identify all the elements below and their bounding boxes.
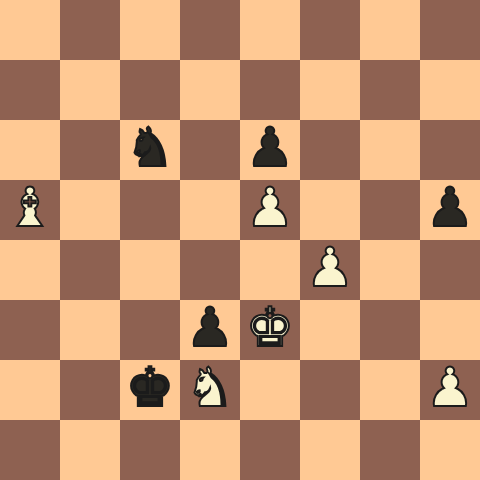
square-h1[interactable]: [420, 420, 480, 480]
black-pawn-e6[interactable]: ♟: [246, 118, 294, 178]
white-pawn-e5[interactable]: ♟: [246, 178, 294, 238]
square-e5[interactable]: ♟: [240, 180, 300, 240]
square-b3[interactable]: [60, 300, 120, 360]
white-knight-d2[interactable]: ♞: [186, 358, 234, 418]
black-pawn-h5[interactable]: ♟: [426, 178, 474, 238]
white-bishop-a5[interactable]: ♝: [6, 178, 54, 238]
white-pawn-h2[interactable]: ♟: [426, 358, 474, 418]
square-c8[interactable]: [120, 0, 180, 60]
square-h5[interactable]: ♟: [420, 180, 480, 240]
square-h3[interactable]: [420, 300, 480, 360]
square-g4[interactable]: [360, 240, 420, 300]
square-d8[interactable]: [180, 0, 240, 60]
square-b2[interactable]: [60, 360, 120, 420]
square-b4[interactable]: [60, 240, 120, 300]
square-b7[interactable]: [60, 60, 120, 120]
square-f8[interactable]: [300, 0, 360, 60]
square-d3[interactable]: ♟: [180, 300, 240, 360]
square-c2[interactable]: ♚: [120, 360, 180, 420]
square-f7[interactable]: [300, 60, 360, 120]
square-d5[interactable]: [180, 180, 240, 240]
square-b5[interactable]: [60, 180, 120, 240]
square-g5[interactable]: [360, 180, 420, 240]
square-c5[interactable]: [120, 180, 180, 240]
square-a7[interactable]: [0, 60, 60, 120]
square-a3[interactable]: [0, 300, 60, 360]
square-e8[interactable]: [240, 0, 300, 60]
square-b6[interactable]: [60, 120, 120, 180]
square-f6[interactable]: [300, 120, 360, 180]
black-knight-c6[interactable]: ♞: [126, 118, 174, 178]
square-e1[interactable]: [240, 420, 300, 480]
square-a5[interactable]: ♝: [0, 180, 60, 240]
square-g8[interactable]: [360, 0, 420, 60]
square-a6[interactable]: [0, 120, 60, 180]
square-h6[interactable]: [420, 120, 480, 180]
square-d1[interactable]: [180, 420, 240, 480]
square-b8[interactable]: [60, 0, 120, 60]
chess-board: ♞♟♝♟♟♟♟♚♚♞♟: [0, 0, 480, 480]
black-pawn-d3[interactable]: ♟: [186, 298, 234, 358]
square-h2[interactable]: ♟: [420, 360, 480, 420]
square-a2[interactable]: [0, 360, 60, 420]
square-b1[interactable]: [60, 420, 120, 480]
square-h4[interactable]: [420, 240, 480, 300]
square-a1[interactable]: [0, 420, 60, 480]
square-f5[interactable]: [300, 180, 360, 240]
square-g3[interactable]: [360, 300, 420, 360]
square-g1[interactable]: [360, 420, 420, 480]
square-e6[interactable]: ♟: [240, 120, 300, 180]
square-g2[interactable]: [360, 360, 420, 420]
square-e4[interactable]: [240, 240, 300, 300]
square-g7[interactable]: [360, 60, 420, 120]
square-d6[interactable]: [180, 120, 240, 180]
square-c6[interactable]: ♞: [120, 120, 180, 180]
square-e2[interactable]: [240, 360, 300, 420]
square-c1[interactable]: [120, 420, 180, 480]
square-c4[interactable]: [120, 240, 180, 300]
square-d4[interactable]: [180, 240, 240, 300]
white-king-e3[interactable]: ♚: [246, 298, 294, 358]
square-c7[interactable]: [120, 60, 180, 120]
square-h8[interactable]: [420, 0, 480, 60]
square-d2[interactable]: ♞: [180, 360, 240, 420]
square-f2[interactable]: [300, 360, 360, 420]
square-d7[interactable]: [180, 60, 240, 120]
square-e7[interactable]: [240, 60, 300, 120]
square-f3[interactable]: [300, 300, 360, 360]
square-e3[interactable]: ♚: [240, 300, 300, 360]
square-a8[interactable]: [0, 0, 60, 60]
white-pawn-f4[interactable]: ♟: [306, 238, 354, 298]
square-f4[interactable]: ♟: [300, 240, 360, 300]
square-c3[interactable]: [120, 300, 180, 360]
square-f1[interactable]: [300, 420, 360, 480]
square-a4[interactable]: [0, 240, 60, 300]
black-king-c2[interactable]: ♚: [126, 358, 174, 418]
square-h7[interactable]: [420, 60, 480, 120]
square-g6[interactable]: [360, 120, 420, 180]
